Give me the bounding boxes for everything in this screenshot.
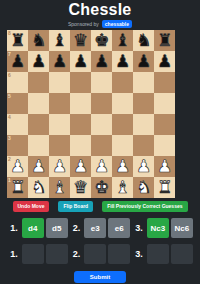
white-queen-piece[interactable]: ♛ (70, 177, 91, 198)
square-g6[interactable] (133, 72, 154, 93)
square-h2[interactable]: ♟ (154, 156, 175, 177)
square-d6[interactable] (70, 72, 91, 93)
white-pawn-piece[interactable]: ♟ (70, 156, 91, 177)
guess-row-2: 1. 2. 3. (0, 244, 200, 264)
square-d5[interactable] (70, 93, 91, 114)
black-queen-piece[interactable]: ♛ (70, 30, 91, 51)
chessable-badge[interactable]: chessable (102, 20, 132, 28)
black-pawn-piece[interactable]: ♟ (112, 51, 133, 72)
square-b1[interactable]: ♞ (28, 177, 49, 198)
square-f8[interactable]: ♝ (112, 30, 133, 51)
white-bishop-piece[interactable]: ♝ (112, 177, 133, 198)
white-pawn-piece[interactable]: ♟ (49, 156, 70, 177)
square-c2[interactable]: ♟ (49, 156, 70, 177)
guess-cell-3b: Nc6 (171, 218, 193, 238)
chess-board[interactable]: 8♜♞♝♛♚♝♞♜7♟♟♟♟♟♟♟♟65432♟♟♟♟♟♟♟♟1♜♞♝♛♚♝♞♜ (7, 30, 175, 198)
header: Chessle Sponsored by chessable (0, 0, 200, 28)
white-pawn-piece[interactable]: ♟ (112, 156, 133, 177)
square-e1[interactable]: ♚ (91, 177, 112, 198)
square-f5[interactable] (112, 93, 133, 114)
white-rook-piece[interactable]: ♜ (7, 177, 28, 198)
square-f6[interactable] (112, 72, 133, 93)
guess-cell-1w: d4 (22, 218, 44, 238)
square-h5[interactable] (154, 93, 175, 114)
rank-label-5: 5 (8, 93, 11, 99)
move-number-2: 2. (73, 249, 81, 259)
square-b3[interactable] (28, 135, 49, 156)
square-a4[interactable]: 4 (7, 114, 28, 135)
square-h3[interactable] (154, 135, 175, 156)
square-e6[interactable] (91, 72, 112, 93)
square-b6[interactable] (28, 72, 49, 93)
rank-label-4: 4 (8, 114, 11, 120)
black-pawn-piece[interactable]: ♟ (49, 51, 70, 72)
square-e8[interactable]: ♚ (91, 30, 112, 51)
square-e4[interactable] (91, 114, 112, 135)
square-e5[interactable] (91, 93, 112, 114)
square-c1[interactable]: ♝ (49, 177, 70, 198)
move-number-3: 3. (135, 223, 143, 233)
square-g3[interactable] (133, 135, 154, 156)
black-rook-piece[interactable]: ♜ (7, 30, 28, 51)
white-knight-piece[interactable]: ♞ (133, 177, 154, 198)
black-king-piece[interactable]: ♚ (91, 30, 112, 51)
square-f3[interactable] (112, 135, 133, 156)
square-h1[interactable]: ♜ (154, 177, 175, 198)
square-e3[interactable] (91, 135, 112, 156)
white-pawn-piece[interactable]: ♟ (91, 156, 112, 177)
square-h8[interactable]: ♜ (154, 30, 175, 51)
square-a2[interactable]: 2♟ (7, 156, 28, 177)
square-e7[interactable]: ♟ (91, 51, 112, 72)
square-c7[interactable]: ♟ (49, 51, 70, 72)
black-knight-piece[interactable]: ♞ (28, 30, 49, 51)
white-pawn-piece[interactable]: ♟ (7, 156, 28, 177)
white-pawn-piece[interactable]: ♟ (28, 156, 49, 177)
guess-cell-empty-2w (84, 244, 106, 264)
square-a3[interactable]: 3 (7, 135, 28, 156)
square-b7[interactable]: ♟ (28, 51, 49, 72)
square-c6[interactable] (49, 72, 70, 93)
square-b4[interactable] (28, 114, 49, 135)
rank-label-6: 6 (8, 72, 11, 78)
white-king-piece[interactable]: ♚ (91, 177, 112, 198)
square-g4[interactable] (133, 114, 154, 135)
guess-cell-2w: e3 (84, 218, 106, 238)
black-pawn-piece[interactable]: ♟ (70, 51, 91, 72)
square-c3[interactable] (49, 135, 70, 156)
move-number-1: 1. (10, 223, 18, 233)
guess-cell-empty-1w (22, 244, 44, 264)
black-bishop-piece[interactable]: ♝ (49, 30, 70, 51)
square-b5[interactable] (28, 93, 49, 114)
black-pawn-piece[interactable]: ♟ (91, 51, 112, 72)
white-pawn-piece[interactable]: ♟ (154, 156, 175, 177)
submit-button[interactable]: Submit (74, 271, 126, 283)
square-f2[interactable]: ♟ (112, 156, 133, 177)
square-g2[interactable]: ♟ (133, 156, 154, 177)
square-d3[interactable] (70, 135, 91, 156)
guess-cell-3w: Nc3 (147, 218, 169, 238)
undo-move-button[interactable]: Undo Move (13, 201, 50, 212)
toolbar: Undo Move Flip Board Fill Previously Cor… (0, 201, 200, 212)
white-rook-piece[interactable]: ♜ (154, 177, 175, 198)
square-c8[interactable]: ♝ (49, 30, 70, 51)
square-d4[interactable] (70, 114, 91, 135)
square-f4[interactable] (112, 114, 133, 135)
white-knight-piece[interactable]: ♞ (28, 177, 49, 198)
square-h6[interactable] (154, 72, 175, 93)
square-c5[interactable] (49, 93, 70, 114)
square-a5[interactable]: 5 (7, 93, 28, 114)
square-h7[interactable]: ♟ (154, 51, 175, 72)
submit-area: Submit (0, 271, 200, 283)
black-pawn-piece[interactable]: ♟ (154, 51, 175, 72)
square-g5[interactable] (133, 93, 154, 114)
guess-cell-1b: d5 (46, 218, 68, 238)
guess-row-1: 1. d4 d5 2. e3 e6 3. Nc3 Nc6 (0, 218, 200, 238)
guess-cell-empty-3w (147, 244, 169, 264)
square-b8[interactable]: ♞ (28, 30, 49, 51)
move-number-2: 2. (73, 223, 81, 233)
square-c4[interactable] (49, 114, 70, 135)
square-b2[interactable]: ♟ (28, 156, 49, 177)
square-d7[interactable]: ♟ (70, 51, 91, 72)
square-g1[interactable]: ♞ (133, 177, 154, 198)
white-bishop-piece[interactable]: ♝ (49, 177, 70, 198)
page-title: Chessle (0, 1, 200, 19)
square-g7[interactable]: ♟ (133, 51, 154, 72)
square-h4[interactable] (154, 114, 175, 135)
guess-cell-empty-1b (46, 244, 68, 264)
sponsored-by-label: Sponsored by (68, 21, 99, 27)
white-pawn-piece[interactable]: ♟ (133, 156, 154, 177)
square-g8[interactable]: ♞ (133, 30, 154, 51)
square-d1[interactable]: ♛ (70, 177, 91, 198)
square-a8[interactable]: 8♜ (7, 30, 28, 51)
black-pawn-piece[interactable]: ♟ (28, 51, 49, 72)
square-f1[interactable]: ♝ (112, 177, 133, 198)
black-bishop-piece[interactable]: ♝ (112, 30, 133, 51)
flip-board-button[interactable]: Flip Board (58, 201, 93, 212)
guess-cell-empty-3b (171, 244, 193, 264)
square-a6[interactable]: 6 (7, 72, 28, 93)
black-pawn-piece[interactable]: ♟ (133, 51, 154, 72)
square-a7[interactable]: 7♟ (7, 51, 28, 72)
sponsor-line: Sponsored by chessable (0, 19, 200, 28)
guess-cell-empty-2b (108, 244, 130, 264)
guess-cell-2b: e6 (108, 218, 130, 238)
fill-previous-guesses-button[interactable]: Fill Previously Correct Guesses (102, 201, 187, 212)
move-number-1: 1. (10, 249, 18, 259)
square-a1[interactable]: 1♜ (7, 177, 28, 198)
black-knight-piece[interactable]: ♞ (133, 30, 154, 51)
move-number-3: 3. (135, 249, 143, 259)
square-f7[interactable]: ♟ (112, 51, 133, 72)
rank-label-3: 3 (8, 135, 11, 141)
black-rook-piece[interactable]: ♜ (154, 30, 175, 51)
square-d2[interactable]: ♟ (70, 156, 91, 177)
black-pawn-piece[interactable]: ♟ (7, 51, 28, 72)
square-e2[interactable]: ♟ (91, 156, 112, 177)
square-d8[interactable]: ♛ (70, 30, 91, 51)
